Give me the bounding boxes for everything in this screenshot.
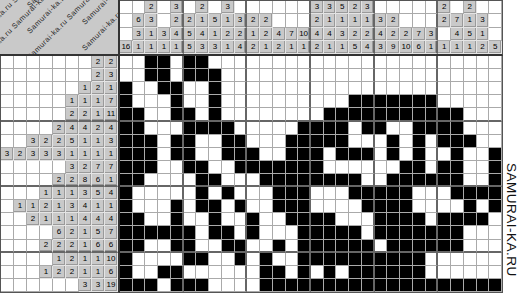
board-cell-blank[interactable] xyxy=(184,187,197,200)
board-cell-filled[interactable] xyxy=(349,148,362,161)
board-cell-filled[interactable] xyxy=(298,135,311,148)
board-cell-blank[interactable] xyxy=(349,56,362,69)
board-cell-filled[interactable] xyxy=(196,122,209,135)
board-cell-filled[interactable] xyxy=(184,148,197,161)
board-cell-blank[interactable] xyxy=(286,82,299,95)
board-cell-filled[interactable] xyxy=(120,266,133,279)
board-cell-blank[interactable] xyxy=(196,240,209,253)
board-cell-filled[interactable] xyxy=(451,174,464,187)
board-cell-blank[interactable] xyxy=(286,226,299,239)
board-cell-filled[interactable] xyxy=(336,135,349,148)
board-cell-filled[interactable] xyxy=(336,226,349,239)
board-cell-filled[interactable] xyxy=(273,266,286,279)
board-cell-blank[interactable] xyxy=(260,135,273,148)
board-cell-blank[interactable] xyxy=(184,82,197,95)
board-cell-filled[interactable] xyxy=(260,253,273,266)
board-cell-blank[interactable] xyxy=(196,95,209,108)
board-cell-filled[interactable] xyxy=(120,279,133,292)
board-cell-filled[interactable] xyxy=(209,226,222,239)
board-cell-filled[interactable] xyxy=(387,135,400,148)
board-cell-filled[interactable] xyxy=(286,187,299,200)
board-cell-blank[interactable] xyxy=(426,56,439,69)
board-cell-blank[interactable] xyxy=(375,56,388,69)
board-cell-blank[interactable] xyxy=(464,240,477,253)
board-cell-filled[interactable] xyxy=(362,187,375,200)
board-cell-filled[interactable] xyxy=(209,174,222,187)
board-cell-blank[interactable] xyxy=(260,82,273,95)
board-cell-filled[interactable] xyxy=(145,148,158,161)
board-cell-filled[interactable] xyxy=(336,279,349,292)
board-cell-blank[interactable] xyxy=(387,56,400,69)
board-cell-blank[interactable] xyxy=(158,174,171,187)
board-cell-filled[interactable] xyxy=(413,135,426,148)
board-cell-filled[interactable] xyxy=(324,213,337,226)
board-cell-filled[interactable] xyxy=(387,95,400,108)
board-cell-blank[interactable] xyxy=(247,108,260,121)
board-cell-blank[interactable] xyxy=(222,213,235,226)
board-cell-filled[interactable] xyxy=(286,200,299,213)
board-cell-filled[interactable] xyxy=(145,279,158,292)
board-cell-filled[interactable] xyxy=(387,108,400,121)
board-cell-blank[interactable] xyxy=(273,135,286,148)
board-cell-filled[interactable] xyxy=(413,95,426,108)
board-cell-filled[interactable] xyxy=(349,253,362,266)
board-cell-blank[interactable] xyxy=(196,226,209,239)
board-cell-filled[interactable] xyxy=(387,200,400,213)
board-cell-blank[interactable] xyxy=(489,69,502,82)
board-cell-filled[interactable] xyxy=(324,226,337,239)
board-cell-blank[interactable] xyxy=(362,161,375,174)
board-cell-blank[interactable] xyxy=(477,266,490,279)
board-cell-blank[interactable] xyxy=(247,279,260,292)
board-cell-blank[interactable] xyxy=(235,69,248,82)
board-cell-filled[interactable] xyxy=(120,108,133,121)
board-cell-blank[interactable] xyxy=(158,240,171,253)
board-cell-blank[interactable] xyxy=(158,122,171,135)
board-cell-blank[interactable] xyxy=(413,200,426,213)
board-cell-blank[interactable] xyxy=(260,95,273,108)
board-cell-filled[interactable] xyxy=(171,108,184,121)
board-cell-filled[interactable] xyxy=(336,148,349,161)
board-cell-filled[interactable] xyxy=(387,148,400,161)
board-cell-blank[interactable] xyxy=(222,108,235,121)
board-cell-filled[interactable] xyxy=(298,253,311,266)
board-cell-filled[interactable] xyxy=(387,279,400,292)
board-cell-blank[interactable] xyxy=(235,266,248,279)
board-cell-blank[interactable] xyxy=(400,82,413,95)
board-cell-blank[interactable] xyxy=(235,108,248,121)
board-cell-filled[interactable] xyxy=(235,240,248,253)
board-cell-blank[interactable] xyxy=(133,266,146,279)
board-cell-filled[interactable] xyxy=(209,200,222,213)
board-cell-blank[interactable] xyxy=(438,253,451,266)
board-cell-filled[interactable] xyxy=(196,279,209,292)
board-cell-filled[interactable] xyxy=(438,279,451,292)
board-cell-blank[interactable] xyxy=(477,135,490,148)
board-cell-filled[interactable] xyxy=(324,253,337,266)
board-cell-blank[interactable] xyxy=(477,148,490,161)
board-cell-blank[interactable] xyxy=(133,95,146,108)
board-cell-blank[interactable] xyxy=(387,122,400,135)
board-cell-filled[interactable] xyxy=(375,95,388,108)
board-cell-blank[interactable] xyxy=(477,200,490,213)
board-cell-filled[interactable] xyxy=(438,226,451,239)
board-cell-blank[interactable] xyxy=(235,122,248,135)
board-cell-filled[interactable] xyxy=(209,69,222,82)
board-cell-filled[interactable] xyxy=(413,279,426,292)
board-cell-blank[interactable] xyxy=(336,95,349,108)
board-cell-filled[interactable] xyxy=(286,279,299,292)
board-cell-blank[interactable] xyxy=(222,279,235,292)
board-cell-filled[interactable] xyxy=(171,266,184,279)
board-cell-blank[interactable] xyxy=(413,56,426,69)
board-cell-blank[interactable] xyxy=(133,69,146,82)
board-cell-blank[interactable] xyxy=(336,266,349,279)
board-cell-filled[interactable] xyxy=(222,226,235,239)
board-cell-filled[interactable] xyxy=(349,95,362,108)
board-cell-filled[interactable] xyxy=(362,122,375,135)
board-cell-blank[interactable] xyxy=(260,69,273,82)
board-cell-blank[interactable] xyxy=(324,148,337,161)
board-cell-blank[interactable] xyxy=(273,108,286,121)
board-cell-filled[interactable] xyxy=(120,148,133,161)
board-cell-filled[interactable] xyxy=(489,148,502,161)
board-cell-filled[interactable] xyxy=(311,122,324,135)
board-cell-filled[interactable] xyxy=(400,253,413,266)
board-cell-filled[interactable] xyxy=(158,266,171,279)
board-cell-filled[interactable] xyxy=(209,122,222,135)
board-cell-filled[interactable] xyxy=(477,187,490,200)
board-cell-filled[interactable] xyxy=(311,253,324,266)
board-cell-filled[interactable] xyxy=(145,56,158,69)
board-cell-filled[interactable] xyxy=(324,174,337,187)
board-cell-blank[interactable] xyxy=(477,95,490,108)
board-cell-blank[interactable] xyxy=(145,187,158,200)
board-cell-blank[interactable] xyxy=(235,82,248,95)
board-cell-blank[interactable] xyxy=(311,56,324,69)
board-cell-blank[interactable] xyxy=(362,135,375,148)
board-cell-filled[interactable] xyxy=(120,213,133,226)
board-cell-filled[interactable] xyxy=(451,226,464,239)
board-cell-filled[interactable] xyxy=(133,122,146,135)
board-cell-filled[interactable] xyxy=(438,240,451,253)
board-cell-filled[interactable] xyxy=(451,148,464,161)
board-cell-blank[interactable] xyxy=(489,95,502,108)
board-cell-blank[interactable] xyxy=(438,148,451,161)
board-cell-blank[interactable] xyxy=(464,108,477,121)
board-cell-blank[interactable] xyxy=(222,200,235,213)
board-cell-blank[interactable] xyxy=(286,56,299,69)
board-cell-filled[interactable] xyxy=(477,213,490,226)
board-cell-blank[interactable] xyxy=(324,56,337,69)
board-cell-blank[interactable] xyxy=(489,240,502,253)
board-cell-filled[interactable] xyxy=(298,240,311,253)
board-cell-filled[interactable] xyxy=(400,279,413,292)
board-cell-filled[interactable] xyxy=(158,82,171,95)
board-cell-filled[interactable] xyxy=(222,148,235,161)
board-cell-blank[interactable] xyxy=(171,69,184,82)
board-cell-filled[interactable] xyxy=(196,56,209,69)
board-cell-blank[interactable] xyxy=(171,122,184,135)
board-cell-blank[interactable] xyxy=(209,240,222,253)
board-cell-blank[interactable] xyxy=(464,253,477,266)
board-cell-blank[interactable] xyxy=(222,266,235,279)
board-cell-filled[interactable] xyxy=(196,174,209,187)
board-cell-filled[interactable] xyxy=(362,279,375,292)
board-cell-filled[interactable] xyxy=(413,122,426,135)
board-cell-blank[interactable] xyxy=(171,56,184,69)
board-cell-filled[interactable] xyxy=(247,226,260,239)
board-cell-filled[interactable] xyxy=(362,253,375,266)
board-cell-blank[interactable] xyxy=(247,122,260,135)
board-cell-filled[interactable] xyxy=(464,213,477,226)
board-cell-blank[interactable] xyxy=(477,122,490,135)
board-cell-filled[interactable] xyxy=(298,122,311,135)
board-cell-filled[interactable] xyxy=(209,95,222,108)
board-cell-blank[interactable] xyxy=(362,69,375,82)
board-cell-blank[interactable] xyxy=(426,69,439,82)
board-cell-blank[interactable] xyxy=(171,253,184,266)
board-cell-filled[interactable] xyxy=(400,240,413,253)
board-cell-blank[interactable] xyxy=(158,148,171,161)
board-cell-filled[interactable] xyxy=(336,240,349,253)
board-cell-filled[interactable] xyxy=(451,161,464,174)
board-cell-blank[interactable] xyxy=(286,122,299,135)
board-cell-filled[interactable] xyxy=(209,108,222,121)
board-cell-blank[interactable] xyxy=(451,82,464,95)
board-cell-filled[interactable] xyxy=(451,108,464,121)
board-cell-blank[interactable] xyxy=(209,266,222,279)
board-cell-blank[interactable] xyxy=(464,174,477,187)
board-cell-filled[interactable] xyxy=(120,95,133,108)
board-cell-filled[interactable] xyxy=(184,122,197,135)
board-cell-filled[interactable] xyxy=(133,226,146,239)
board-cell-blank[interactable] xyxy=(311,187,324,200)
board-cell-blank[interactable] xyxy=(375,135,388,148)
board-cell-blank[interactable] xyxy=(273,226,286,239)
board-cell-blank[interactable] xyxy=(273,56,286,69)
board-cell-filled[interactable] xyxy=(235,200,248,213)
board-cell-blank[interactable] xyxy=(311,266,324,279)
board-cell-filled[interactable] xyxy=(273,161,286,174)
board-cell-filled[interactable] xyxy=(145,161,158,174)
board-cell-blank[interactable] xyxy=(273,69,286,82)
board-cell-filled[interactable] xyxy=(400,108,413,121)
board-cell-filled[interactable] xyxy=(184,69,197,82)
board-cell-filled[interactable] xyxy=(336,174,349,187)
board-cell-filled[interactable] xyxy=(426,122,439,135)
board-cell-blank[interactable] xyxy=(477,108,490,121)
board-cell-filled[interactable] xyxy=(349,226,362,239)
board-cell-filled[interactable] xyxy=(311,279,324,292)
board-cell-filled[interactable] xyxy=(438,174,451,187)
board-cell-blank[interactable] xyxy=(196,266,209,279)
board-cell-filled[interactable] xyxy=(400,213,413,226)
board-cell-filled[interactable] xyxy=(375,187,388,200)
board-cell-blank[interactable] xyxy=(464,56,477,69)
board-cell-filled[interactable] xyxy=(133,240,146,253)
board-cell-filled[interactable] xyxy=(286,161,299,174)
board-cell-filled[interactable] xyxy=(413,253,426,266)
board-cell-blank[interactable] xyxy=(438,82,451,95)
board-cell-blank[interactable] xyxy=(426,200,439,213)
board-cell-blank[interactable] xyxy=(120,69,133,82)
board-cell-filled[interactable] xyxy=(413,213,426,226)
board-cell-blank[interactable] xyxy=(464,161,477,174)
board-cell-blank[interactable] xyxy=(247,135,260,148)
board-cell-blank[interactable] xyxy=(311,200,324,213)
board-cell-blank[interactable] xyxy=(298,69,311,82)
board-cell-blank[interactable] xyxy=(145,95,158,108)
board-cell-blank[interactable] xyxy=(196,148,209,161)
board-cell-filled[interactable] xyxy=(426,174,439,187)
board-cell-filled[interactable] xyxy=(400,95,413,108)
board-cell-filled[interactable] xyxy=(349,240,362,253)
board-cell-blank[interactable] xyxy=(196,135,209,148)
board-cell-filled[interactable] xyxy=(133,148,146,161)
board-cell-filled[interactable] xyxy=(464,279,477,292)
board-cell-filled[interactable] xyxy=(120,135,133,148)
board-cell-blank[interactable] xyxy=(247,95,260,108)
board-cell-filled[interactable] xyxy=(311,174,324,187)
board-cell-blank[interactable] xyxy=(286,108,299,121)
board-cell-blank[interactable] xyxy=(311,82,324,95)
board-cell-blank[interactable] xyxy=(375,240,388,253)
board-cell-filled[interactable] xyxy=(298,200,311,213)
board-cell-blank[interactable] xyxy=(349,122,362,135)
board-cell-filled[interactable] xyxy=(426,226,439,239)
board-cell-filled[interactable] xyxy=(120,240,133,253)
board-cell-blank[interactable] xyxy=(324,69,337,82)
board-cell-filled[interactable] xyxy=(158,226,171,239)
board-cell-blank[interactable] xyxy=(209,161,222,174)
board-cell-blank[interactable] xyxy=(413,69,426,82)
board-cell-blank[interactable] xyxy=(145,213,158,226)
board-cell-blank[interactable] xyxy=(171,174,184,187)
board-cell-filled[interactable] xyxy=(375,279,388,292)
board-cell-blank[interactable] xyxy=(489,253,502,266)
board-cell-filled[interactable] xyxy=(387,174,400,187)
board-cell-blank[interactable] xyxy=(375,82,388,95)
board-cell-filled[interactable] xyxy=(171,82,184,95)
board-cell-filled[interactable] xyxy=(324,266,337,279)
board-cell-filled[interactable] xyxy=(451,187,464,200)
board-cell-filled[interactable] xyxy=(375,226,388,239)
board-cell-blank[interactable] xyxy=(426,253,439,266)
board-cell-blank[interactable] xyxy=(286,253,299,266)
board-cell-blank[interactable] xyxy=(235,95,248,108)
board-cell-blank[interactable] xyxy=(158,187,171,200)
board-cell-blank[interactable] xyxy=(298,56,311,69)
board-cell-blank[interactable] xyxy=(336,187,349,200)
board-cell-filled[interactable] xyxy=(413,174,426,187)
board-cell-blank[interactable] xyxy=(247,266,260,279)
board-cell-filled[interactable] xyxy=(222,135,235,148)
board-cell-blank[interactable] xyxy=(400,56,413,69)
board-cell-filled[interactable] xyxy=(324,240,337,253)
board-cell-filled[interactable] xyxy=(387,240,400,253)
board-cell-blank[interactable] xyxy=(477,56,490,69)
board-cell-blank[interactable] xyxy=(184,213,197,226)
board-cell-blank[interactable] xyxy=(158,213,171,226)
board-cell-blank[interactable] xyxy=(196,82,209,95)
board-cell-blank[interactable] xyxy=(209,279,222,292)
board-cell-filled[interactable] xyxy=(273,200,286,213)
board-cell-blank[interactable] xyxy=(298,95,311,108)
puzzle-board[interactable] xyxy=(120,56,503,293)
board-cell-filled[interactable] xyxy=(298,266,311,279)
board-cell-blank[interactable] xyxy=(273,213,286,226)
board-cell-blank[interactable] xyxy=(375,161,388,174)
board-cell-filled[interactable] xyxy=(438,135,451,148)
board-cell-filled[interactable] xyxy=(464,200,477,213)
board-cell-filled[interactable] xyxy=(145,135,158,148)
board-cell-blank[interactable] xyxy=(235,187,248,200)
board-cell-filled[interactable] xyxy=(298,187,311,200)
board-cell-blank[interactable] xyxy=(400,69,413,82)
board-cell-filled[interactable] xyxy=(184,135,197,148)
board-cell-blank[interactable] xyxy=(336,161,349,174)
board-cell-blank[interactable] xyxy=(489,226,502,239)
board-cell-filled[interactable] xyxy=(311,226,324,239)
board-cell-filled[interactable] xyxy=(120,253,133,266)
board-cell-blank[interactable] xyxy=(489,122,502,135)
board-cell-blank[interactable] xyxy=(477,82,490,95)
board-cell-filled[interactable] xyxy=(184,56,197,69)
board-cell-blank[interactable] xyxy=(451,200,464,213)
board-cell-blank[interactable] xyxy=(413,82,426,95)
board-cell-blank[interactable] xyxy=(413,187,426,200)
board-cell-filled[interactable] xyxy=(362,108,375,121)
board-cell-blank[interactable] xyxy=(145,174,158,187)
board-cell-filled[interactable] xyxy=(477,279,490,292)
board-cell-filled[interactable] xyxy=(324,279,337,292)
board-cell-filled[interactable] xyxy=(260,266,273,279)
board-cell-blank[interactable] xyxy=(222,69,235,82)
board-cell-filled[interactable] xyxy=(349,174,362,187)
board-cell-filled[interactable] xyxy=(222,122,235,135)
board-cell-blank[interactable] xyxy=(133,187,146,200)
board-cell-filled[interactable] xyxy=(438,122,451,135)
board-cell-blank[interactable] xyxy=(133,82,146,95)
board-cell-blank[interactable] xyxy=(133,56,146,69)
board-cell-blank[interactable] xyxy=(426,148,439,161)
board-cell-blank[interactable] xyxy=(362,82,375,95)
board-cell-filled[interactable] xyxy=(120,226,133,239)
board-cell-filled[interactable] xyxy=(311,148,324,161)
board-cell-filled[interactable] xyxy=(451,279,464,292)
board-cell-filled[interactable] xyxy=(311,161,324,174)
board-cell-filled[interactable] xyxy=(222,187,235,200)
board-cell-filled[interactable] xyxy=(400,266,413,279)
board-cell-blank[interactable] xyxy=(260,226,273,239)
board-cell-blank[interactable] xyxy=(145,266,158,279)
board-cell-blank[interactable] xyxy=(477,240,490,253)
board-cell-blank[interactable] xyxy=(260,148,273,161)
board-cell-filled[interactable] xyxy=(196,253,209,266)
board-cell-blank[interactable] xyxy=(362,56,375,69)
board-cell-blank[interactable] xyxy=(324,82,337,95)
board-cell-filled[interactable] xyxy=(349,187,362,200)
board-cell-blank[interactable] xyxy=(387,161,400,174)
board-cell-filled[interactable] xyxy=(184,108,197,121)
board-cell-filled[interactable] xyxy=(184,240,197,253)
board-cell-blank[interactable] xyxy=(247,200,260,213)
board-cell-blank[interactable] xyxy=(222,253,235,266)
board-cell-filled[interactable] xyxy=(222,240,235,253)
board-cell-filled[interactable] xyxy=(184,279,197,292)
board-cell-filled[interactable] xyxy=(298,174,311,187)
